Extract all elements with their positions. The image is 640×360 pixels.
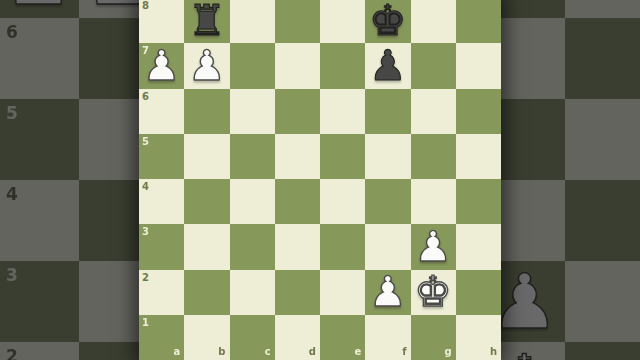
square-c3[interactable] [230, 224, 275, 269]
black-rook-b8[interactable]: ♜ [188, 0, 226, 42]
square-c7[interactable] [230, 43, 275, 88]
square-f2[interactable]: ♟ [365, 270, 410, 315]
square-d5[interactable] [275, 134, 320, 179]
square-b8[interactable]: ♜ [184, 0, 229, 43]
white-pawn-g3[interactable]: ♟ [414, 226, 452, 268]
square-h4[interactable] [456, 179, 501, 224]
square-h6[interactable] [456, 89, 501, 134]
square-f3[interactable] [365, 224, 410, 269]
square-a7[interactable]: 7♟ [139, 43, 184, 88]
square-b6[interactable] [184, 89, 229, 134]
file-label-h: h [490, 347, 497, 357]
square-h8[interactable] [456, 0, 501, 43]
square-g4[interactable] [411, 179, 456, 224]
square-h3 [565, 261, 640, 342]
square-f4[interactable] [365, 179, 410, 224]
square-h7 [565, 0, 640, 18]
rank-label-5: 5 [142, 137, 149, 147]
rank-label-3: 3 [6, 267, 18, 284]
square-f8[interactable]: ♚ [365, 0, 410, 43]
file-label-a: a [174, 347, 181, 357]
black-pawn-f7[interactable]: ♟ [369, 45, 407, 87]
square-g8[interactable] [411, 0, 456, 43]
square-a8[interactable]: 8 [139, 0, 184, 43]
file-label-d: d [309, 347, 316, 357]
square-f1[interactable]: f [365, 315, 410, 360]
square-a7: 7♟ [0, 0, 79, 18]
file-label-b: b [218, 347, 225, 357]
rank-label-4: 4 [142, 182, 149, 192]
square-h6 [565, 18, 640, 99]
square-e8[interactable] [320, 0, 365, 43]
square-b2[interactable] [184, 270, 229, 315]
square-d2[interactable] [275, 270, 320, 315]
rank-label-2: 2 [6, 348, 18, 360]
square-e5[interactable] [320, 134, 365, 179]
square-a6: 6 [0, 18, 79, 99]
square-h5[interactable] [456, 134, 501, 179]
rank-label-1: 1 [142, 318, 149, 328]
square-a5[interactable]: 5 [139, 134, 184, 179]
file-label-f: f [402, 347, 406, 357]
rank-label-6: 6 [142, 92, 149, 102]
white-pawn-a7: ♟ [4, 0, 72, 16]
square-d4[interactable] [275, 179, 320, 224]
square-b7[interactable]: ♟ [184, 43, 229, 88]
square-a4[interactable]: 4 [139, 179, 184, 224]
square-e7[interactable] [320, 43, 365, 88]
square-d1[interactable]: d [275, 315, 320, 360]
square-h4 [565, 180, 640, 261]
square-f6[interactable] [365, 89, 410, 134]
square-a3: 3 [0, 261, 79, 342]
square-c4[interactable] [230, 179, 275, 224]
square-b3[interactable] [184, 224, 229, 269]
square-g5[interactable] [411, 134, 456, 179]
square-h3[interactable] [456, 224, 501, 269]
square-a2[interactable]: 2 [139, 270, 184, 315]
square-h7[interactable] [456, 43, 501, 88]
rank-label-6: 6 [6, 24, 18, 41]
square-f5[interactable] [365, 134, 410, 179]
square-h5 [565, 99, 640, 180]
square-h2 [565, 342, 640, 360]
square-d6[interactable] [275, 89, 320, 134]
file-label-g: g [445, 347, 452, 357]
square-d8[interactable] [275, 0, 320, 43]
black-king-f8[interactable]: ♚ [369, 0, 407, 42]
square-d3[interactable] [275, 224, 320, 269]
square-e4[interactable] [320, 179, 365, 224]
square-e1[interactable]: e [320, 315, 365, 360]
square-h2[interactable] [456, 270, 501, 315]
square-e6[interactable] [320, 89, 365, 134]
square-e2[interactable] [320, 270, 365, 315]
square-e3[interactable] [320, 224, 365, 269]
square-g2[interactable]: ♚ [411, 270, 456, 315]
square-c1[interactable]: c [230, 315, 275, 360]
square-a2: 2 [0, 342, 79, 360]
square-g6[interactable] [411, 89, 456, 134]
square-h1[interactable]: h [456, 315, 501, 360]
square-c5[interactable] [230, 134, 275, 179]
file-label-e: e [354, 347, 361, 357]
square-c8[interactable] [230, 0, 275, 43]
square-a6[interactable]: 6 [139, 89, 184, 134]
square-a5: 5 [0, 99, 79, 180]
square-b4[interactable] [184, 179, 229, 224]
square-b1[interactable]: b [184, 315, 229, 360]
white-pawn-b7[interactable]: ♟ [188, 45, 226, 87]
square-g1[interactable]: g [411, 315, 456, 360]
white-pawn-a7[interactable]: ♟ [143, 45, 181, 87]
rank-label-3: 3 [142, 227, 149, 237]
white-king-g2[interactable]: ♚ [414, 271, 452, 313]
square-a4: 4 [0, 180, 79, 261]
file-label-c: c [265, 347, 271, 357]
square-g7[interactable] [411, 43, 456, 88]
chess-board[interactable]: 8♜♚7♟♟♟6543♟2♟♚1abcdefgh [139, 0, 501, 360]
white-pawn-f2[interactable]: ♟ [369, 271, 407, 313]
square-b5[interactable] [184, 134, 229, 179]
square-c6[interactable] [230, 89, 275, 134]
rank-label-8: 8 [142, 1, 149, 11]
square-a3[interactable]: 3 [139, 224, 184, 269]
rank-label-2: 2 [142, 273, 149, 283]
square-d7[interactable] [275, 43, 320, 88]
square-c2[interactable] [230, 270, 275, 315]
square-g3[interactable]: ♟ [411, 224, 456, 269]
rank-label-5: 5 [6, 105, 18, 122]
square-a1[interactable]: 1a [139, 315, 184, 360]
rank-label-4: 4 [6, 186, 18, 203]
square-f7[interactable]: ♟ [365, 43, 410, 88]
